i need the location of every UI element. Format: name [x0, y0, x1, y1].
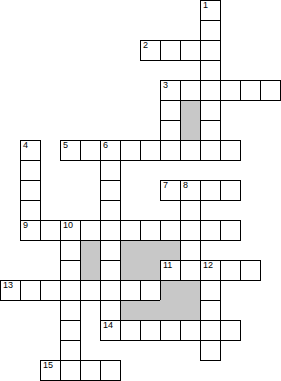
- cell-r9-c5[interactable]: [100, 180, 121, 201]
- cell-r14-c6[interactable]: [120, 280, 141, 301]
- cell-r11-c4[interactable]: [80, 220, 101, 241]
- clue-number-1: 1: [203, 1, 208, 10]
- cell-r17-c3[interactable]: [60, 340, 81, 361]
- cell-r15-c10[interactable]: [200, 300, 221, 321]
- cell-r16-c6[interactable]: [120, 320, 141, 341]
- cell-r4-c13[interactable]: [260, 80, 281, 101]
- cell-r14-c7[interactable]: [140, 280, 161, 301]
- cell-r11-c11[interactable]: [220, 220, 241, 241]
- cell-r12-c3[interactable]: [60, 240, 81, 261]
- cell-r7-c10[interactable]: [200, 140, 221, 161]
- cell-r14-c4[interactable]: [80, 280, 101, 301]
- cell-r16-c5[interactable]: 14: [100, 320, 121, 341]
- cell-r7-c7[interactable]: [140, 140, 161, 161]
- cell-r18-c4[interactable]: [80, 360, 101, 381]
- cell-r18-c3[interactable]: [60, 360, 81, 381]
- cell-r15-c9-shaded[interactable]: [180, 300, 201, 321]
- cell-r11-c9[interactable]: [180, 220, 201, 241]
- cell-r14-c5[interactable]: [100, 280, 121, 301]
- cell-r14-c1[interactable]: [20, 280, 41, 301]
- cell-r13-c12[interactable]: [240, 260, 261, 281]
- cell-r16-c7[interactable]: [140, 320, 161, 341]
- cell-r14-c3[interactable]: [60, 280, 81, 301]
- crossword-grid: 123456789101112131415: [0, 0, 281, 381]
- cell-r13-c5[interactable]: [100, 260, 121, 281]
- cell-r3-c10[interactable]: [200, 60, 221, 81]
- cell-r17-c10[interactable]: [200, 340, 221, 361]
- cell-r14-c8-shaded[interactable]: [160, 280, 181, 301]
- cell-r8-c5[interactable]: [100, 160, 121, 181]
- cell-r10-c9[interactable]: [180, 200, 201, 221]
- cell-r7-c4[interactable]: [80, 140, 101, 161]
- clue-number-5: 5: [63, 141, 68, 150]
- cell-r11-c1[interactable]: 9: [20, 220, 41, 241]
- cell-r0-c10[interactable]: 1: [200, 0, 221, 21]
- cell-r9-c1[interactable]: [20, 180, 41, 201]
- cell-r13-c4-shaded[interactable]: [80, 260, 101, 281]
- clue-number-8: 8: [183, 181, 188, 190]
- cell-r7-c8[interactable]: [160, 140, 181, 161]
- cell-r18-c5[interactable]: [100, 360, 121, 381]
- cell-r16-c10[interactable]: [200, 320, 221, 341]
- cell-r7-c9[interactable]: [180, 140, 201, 161]
- cell-r12-c8-shaded[interactable]: [160, 240, 181, 261]
- clue-number-2: 2: [143, 41, 148, 50]
- cell-r15-c6-shaded[interactable]: [120, 300, 141, 321]
- clue-number-3: 3: [163, 81, 168, 90]
- cell-r2-c7[interactable]: 2: [140, 40, 161, 61]
- cell-r6-c9-shaded[interactable]: [180, 120, 201, 141]
- cell-r11-c2[interactable]: [40, 220, 61, 241]
- cell-r16-c9[interactable]: [180, 320, 201, 341]
- cell-r13-c6-shaded[interactable]: [120, 260, 141, 281]
- cell-r4-c9[interactable]: [180, 80, 201, 101]
- cell-r9-c11[interactable]: [220, 180, 241, 201]
- cell-r2-c8[interactable]: [160, 40, 181, 61]
- cell-r16-c8[interactable]: [160, 320, 181, 341]
- clue-number-10: 10: [63, 221, 73, 230]
- clue-number-6: 6: [103, 141, 108, 150]
- cell-r14-c9-shaded[interactable]: [180, 280, 201, 301]
- clue-number-7: 7: [163, 181, 168, 190]
- cell-r12-c4-shaded[interactable]: [80, 240, 101, 261]
- cell-r5-c10[interactable]: [200, 100, 221, 121]
- cell-r7-c6[interactable]: [120, 140, 141, 161]
- cell-r5-c8[interactable]: [160, 100, 181, 121]
- cell-r4-c11[interactable]: [220, 80, 241, 101]
- cell-r13-c8[interactable]: 11: [160, 260, 181, 281]
- cell-r4-c12[interactable]: [240, 80, 261, 101]
- cell-r12-c9[interactable]: [180, 240, 201, 261]
- cell-r13-c9[interactable]: [180, 260, 201, 281]
- cell-r11-c3[interactable]: 10: [60, 220, 81, 241]
- cell-r16-c3[interactable]: [60, 320, 81, 341]
- cell-r7-c3[interactable]: 5: [60, 140, 81, 161]
- cell-r6-c8[interactable]: [160, 120, 181, 141]
- cell-r2-c10[interactable]: [200, 40, 221, 61]
- clue-number-12: 12: [203, 261, 213, 270]
- cell-r15-c7-shaded[interactable]: [140, 300, 161, 321]
- cell-r13-c7-shaded[interactable]: [140, 260, 161, 281]
- cell-r6-c10[interactable]: [200, 120, 221, 141]
- cell-r13-c3[interactable]: [60, 260, 81, 281]
- cell-r1-c10[interactable]: [200, 20, 221, 41]
- cell-r4-c10[interactable]: [200, 80, 221, 101]
- cell-r15-c3[interactable]: [60, 300, 81, 321]
- cell-r12-c7-shaded[interactable]: [140, 240, 161, 261]
- cell-r12-c6-shaded[interactable]: [120, 240, 141, 261]
- clue-number-15: 15: [43, 361, 53, 370]
- cell-r11-c5[interactable]: [100, 220, 121, 241]
- clue-number-13: 13: [3, 281, 13, 290]
- cell-r14-c10[interactable]: [200, 280, 221, 301]
- cell-r5-c9-shaded[interactable]: [180, 100, 201, 121]
- cell-r18-c2[interactable]: 15: [40, 360, 61, 381]
- clue-number-4: 4: [23, 141, 28, 150]
- cell-r15-c8-shaded[interactable]: [160, 300, 181, 321]
- cell-r13-c11[interactable]: [220, 260, 241, 281]
- crossword-page: 123456789101112131415: [0, 0, 281, 381]
- cell-r7-c1[interactable]: 4: [20, 140, 41, 161]
- clue-number-11: 11: [163, 261, 172, 270]
- clue-number-9: 9: [23, 221, 28, 230]
- cell-r11-c10[interactable]: [200, 220, 221, 241]
- cell-r11-c8[interactable]: [160, 220, 181, 241]
- cell-r4-c8[interactable]: 3: [160, 80, 181, 101]
- cell-r10-c5[interactable]: [100, 200, 121, 221]
- cell-r12-c5[interactable]: [100, 240, 121, 261]
- cell-r15-c5[interactable]: [100, 300, 121, 321]
- cell-r14-c2[interactable]: [40, 280, 61, 301]
- cell-r7-c5[interactable]: 6: [100, 140, 121, 161]
- cell-r9-c10[interactable]: [200, 180, 221, 201]
- cell-r14-c0[interactable]: 13: [0, 280, 21, 301]
- cell-r11-c7[interactable]: [140, 220, 161, 241]
- cell-r11-c6[interactable]: [120, 220, 141, 241]
- cell-r8-c1[interactable]: [20, 160, 41, 181]
- cell-r9-c8[interactable]: 7: [160, 180, 181, 201]
- cell-r2-c9[interactable]: [180, 40, 201, 61]
- cell-r16-c11[interactable]: [220, 320, 241, 341]
- cell-r9-c9[interactable]: 8: [180, 180, 201, 201]
- cell-r10-c1[interactable]: [20, 200, 41, 221]
- cell-r13-c10[interactable]: 12: [200, 260, 221, 281]
- cell-r7-c11[interactable]: [220, 140, 241, 161]
- clue-number-14: 14: [103, 321, 113, 330]
